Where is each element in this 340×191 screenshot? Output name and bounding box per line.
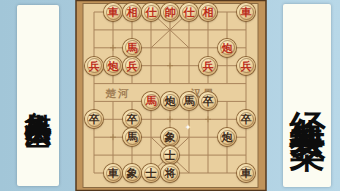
- piece-red-f6r1[interactable]: 仕: [180, 3, 198, 21]
- piece-red-f9r4[interactable]: 兵: [237, 57, 255, 75]
- piece-black-f5r9[interactable]: 士: [161, 146, 179, 164]
- piece-black-f5r6[interactable]: 炮: [161, 92, 179, 110]
- piece-red-f2r1[interactable]: 車: [104, 3, 122, 21]
- piece-red-f5r1[interactable]: 帥: [161, 3, 179, 21]
- video-thumbnail: 象棋杀法大全 楚河 汉界 ✦ 車相仕帥仕相車馬炮兵炮兵兵兵馬炮馬卒卒卒卒馬象炮士…: [0, 0, 340, 191]
- piece-red-f4r6[interactable]: 馬: [142, 92, 160, 110]
- piece-red-f3r1[interactable]: 相: [123, 3, 141, 21]
- piece-red-f7r4[interactable]: 兵: [199, 57, 217, 75]
- piece-black-f3r7[interactable]: 卒: [123, 110, 141, 128]
- piece-red-f3r3[interactable]: 馬: [123, 39, 141, 57]
- piece-black-f9r10[interactable]: 車: [237, 164, 255, 182]
- piece-black-f5r10[interactable]: 将: [161, 164, 179, 182]
- piece-black-f9r7[interactable]: 卒: [237, 110, 255, 128]
- piece-red-f4r1[interactable]: 仕: [142, 3, 160, 21]
- right-title-card: 经典教案: [283, 4, 331, 187]
- piece-black-f1r7[interactable]: 卒: [85, 110, 103, 128]
- piece-black-f2r10[interactable]: 車: [104, 164, 122, 182]
- piece-black-f4r10[interactable]: 士: [142, 164, 160, 182]
- piece-black-f7r6[interactable]: 卒: [199, 92, 217, 110]
- piece-black-f3r8[interactable]: 馬: [123, 128, 141, 146]
- piece-red-f1r4[interactable]: 兵: [85, 57, 103, 75]
- right-title: 经典教案: [283, 82, 332, 110]
- piece-red-f9r1[interactable]: 車: [237, 3, 255, 21]
- piece-black-f5r8[interactable]: 象: [161, 128, 179, 146]
- piece-black-f6r6[interactable]: 馬: [180, 92, 198, 110]
- piece-black-f8r8[interactable]: 炮: [218, 128, 236, 146]
- piece-red-f8r3[interactable]: 炮: [218, 39, 236, 57]
- piece-red-f2r4[interactable]: 炮: [104, 57, 122, 75]
- piece-red-f3r4[interactable]: 兵: [123, 57, 141, 75]
- piece-red-f7r1[interactable]: 相: [199, 3, 217, 21]
- piece-black-f3r10[interactable]: 象: [123, 164, 141, 182]
